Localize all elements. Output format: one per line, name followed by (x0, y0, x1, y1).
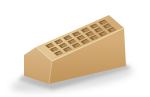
photo-canvas (0, 0, 150, 97)
brick-photo (0, 0, 150, 97)
